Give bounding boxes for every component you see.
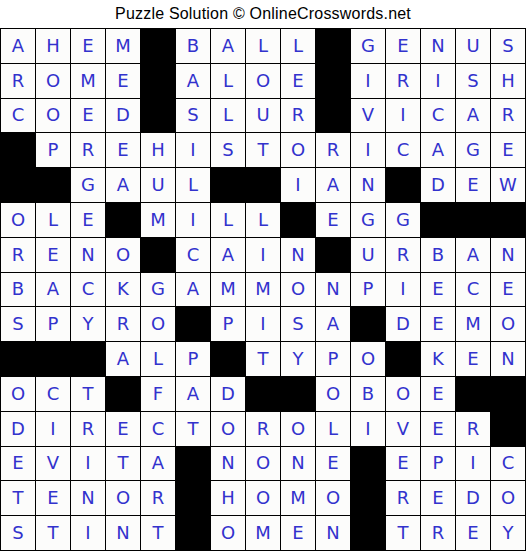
letter-cell-r8c8: M bbox=[246, 273, 280, 307]
letter-cell-r14c14: D bbox=[456, 481, 490, 515]
black-cell-r5c1 bbox=[1, 168, 35, 202]
letter-cell-r1c13: N bbox=[421, 29, 455, 63]
letter-cell-r5c3: G bbox=[71, 168, 105, 202]
letter-cell-r3c11: V bbox=[351, 99, 385, 133]
letter-cell-r4c2: P bbox=[36, 133, 70, 167]
letter-cell-r11c3: T bbox=[71, 377, 105, 411]
black-cell-r3c10 bbox=[316, 99, 350, 133]
letter-cell-r15c13: R bbox=[421, 516, 455, 550]
letter-cell-r13c5: A bbox=[141, 447, 175, 481]
black-cell-r11c8 bbox=[246, 377, 280, 411]
letter-cell-r3c4: D bbox=[106, 99, 140, 133]
black-cell-r13c11 bbox=[351, 447, 385, 481]
letter-cell-r2c14: S bbox=[456, 64, 490, 98]
letter-cell-r12c11: I bbox=[351, 412, 385, 446]
letter-cell-r5c15: W bbox=[491, 168, 525, 202]
letter-cell-r14c1: T bbox=[1, 481, 35, 515]
letter-cell-r14c7: H bbox=[211, 481, 245, 515]
letter-cell-r7c6: C bbox=[176, 238, 210, 272]
letter-cell-r6c2: L bbox=[36, 203, 70, 237]
black-cell-r4c1 bbox=[1, 133, 35, 167]
letter-cell-r7c13: B bbox=[421, 238, 455, 272]
letter-cell-r10c5: L bbox=[141, 342, 175, 376]
letter-cell-r9c3: Y bbox=[71, 307, 105, 341]
letter-cell-r11c6: A bbox=[176, 377, 210, 411]
letter-cell-r5c9: I bbox=[281, 168, 315, 202]
letter-cell-r7c1: R bbox=[1, 238, 35, 272]
black-cell-r11c9 bbox=[281, 377, 315, 411]
letter-cell-r7c3: N bbox=[71, 238, 105, 272]
black-cell-r10c2 bbox=[36, 342, 70, 376]
letter-cell-r1c9: L bbox=[281, 29, 315, 63]
letter-cell-r4c15: E bbox=[491, 133, 525, 167]
black-cell-r15c11 bbox=[351, 516, 385, 550]
letter-cell-r14c8: O bbox=[246, 481, 280, 515]
letter-cell-r8c5: G bbox=[141, 273, 175, 307]
letter-cell-r5c14: E bbox=[456, 168, 490, 202]
black-cell-r5c12 bbox=[386, 168, 420, 202]
letter-cell-r4c6: I bbox=[176, 133, 210, 167]
letter-cell-r12c7: O bbox=[211, 412, 245, 446]
letter-cell-r12c8: R bbox=[246, 412, 280, 446]
letter-cell-r13c3: I bbox=[71, 447, 105, 481]
letter-cell-r9c4: R bbox=[106, 307, 140, 341]
letter-cell-r11c12: O bbox=[386, 377, 420, 411]
letter-cell-r7c15: N bbox=[491, 238, 525, 272]
letter-cell-r8c6: A bbox=[176, 273, 210, 307]
letter-cell-r15c9: E bbox=[281, 516, 315, 550]
letter-cell-r6c6: I bbox=[176, 203, 210, 237]
black-cell-r11c15 bbox=[491, 377, 525, 411]
letter-cell-r8c3: C bbox=[71, 273, 105, 307]
letter-cell-r4c14: G bbox=[456, 133, 490, 167]
letter-cell-r13c8: O bbox=[246, 447, 280, 481]
letter-cell-r12c13: E bbox=[421, 412, 455, 446]
letter-cell-r9c1: S bbox=[1, 307, 35, 341]
letter-cell-r1c14: U bbox=[456, 29, 490, 63]
letter-cell-r9c9: S bbox=[281, 307, 315, 341]
black-cell-r11c14 bbox=[456, 377, 490, 411]
letter-cell-r3c8: U bbox=[246, 99, 280, 133]
letter-cell-r8c13: E bbox=[421, 273, 455, 307]
letter-cell-r2c15: H bbox=[491, 64, 525, 98]
letter-cell-r12c6: T bbox=[176, 412, 210, 446]
letter-cell-r15c8: M bbox=[246, 516, 280, 550]
letter-cell-r8c2: A bbox=[36, 273, 70, 307]
letter-cell-r3c7: L bbox=[211, 99, 245, 133]
letter-cell-r2c13: I bbox=[421, 64, 455, 98]
letter-cell-r15c14: E bbox=[456, 516, 490, 550]
letter-cell-r13c10: E bbox=[316, 447, 350, 481]
letter-cell-r11c7: D bbox=[211, 377, 245, 411]
letter-cell-r1c15: S bbox=[491, 29, 525, 63]
letter-cell-r7c8: I bbox=[246, 238, 280, 272]
letter-cell-r11c1: O bbox=[1, 377, 35, 411]
letter-cell-r8c1: B bbox=[1, 273, 35, 307]
letter-cell-r14c2: E bbox=[36, 481, 70, 515]
letter-cell-r11c10: O bbox=[316, 377, 350, 411]
letter-cell-r14c15: O bbox=[491, 481, 525, 515]
letter-cell-r9c2: P bbox=[36, 307, 70, 341]
black-cell-r11c4 bbox=[106, 377, 140, 411]
letter-cell-r12c9: O bbox=[281, 412, 315, 446]
letter-cell-r3c12: I bbox=[386, 99, 420, 133]
letter-cell-r7c12: R bbox=[386, 238, 420, 272]
letter-cell-r5c10: A bbox=[316, 168, 350, 202]
letter-cell-r8c7: M bbox=[211, 273, 245, 307]
letter-cell-r14c13: E bbox=[421, 481, 455, 515]
black-cell-r6c4 bbox=[106, 203, 140, 237]
black-cell-r7c10 bbox=[316, 238, 350, 272]
letter-cell-r3c3: E bbox=[71, 99, 105, 133]
letter-cell-r2c6: A bbox=[176, 64, 210, 98]
letter-cell-r9c15: O bbox=[491, 307, 525, 341]
letter-cell-r11c2: C bbox=[36, 377, 70, 411]
letter-cell-r9c10: A bbox=[316, 307, 350, 341]
letter-cell-r12c3: R bbox=[71, 412, 105, 446]
black-cell-r6c14 bbox=[456, 203, 490, 237]
letter-cell-r14c9: M bbox=[281, 481, 315, 515]
letter-cell-r8c10: N bbox=[316, 273, 350, 307]
letter-cell-r5c5: U bbox=[141, 168, 175, 202]
black-cell-r13c6 bbox=[176, 447, 210, 481]
letter-cell-r13c15: C bbox=[491, 447, 525, 481]
letter-cell-r6c11: G bbox=[351, 203, 385, 237]
letter-cell-r3c2: O bbox=[36, 99, 70, 133]
black-cell-r15c6 bbox=[176, 516, 210, 550]
letter-cell-r1c8: L bbox=[246, 29, 280, 63]
letter-cell-r12c12: V bbox=[386, 412, 420, 446]
black-cell-r6c9 bbox=[281, 203, 315, 237]
letter-cell-r4c8: T bbox=[246, 133, 280, 167]
letter-cell-r15c1: S bbox=[1, 516, 35, 550]
letter-cell-r14c12: R bbox=[386, 481, 420, 515]
letter-cell-r10c10: P bbox=[316, 342, 350, 376]
letter-cell-r4c13: A bbox=[421, 133, 455, 167]
letter-cell-r3c9: R bbox=[281, 99, 315, 133]
letter-cell-r3c6: S bbox=[176, 99, 210, 133]
letter-cell-r7c14: A bbox=[456, 238, 490, 272]
letter-cell-r7c7: A bbox=[211, 238, 245, 272]
letter-cell-r10c4: A bbox=[106, 342, 140, 376]
black-cell-r1c5 bbox=[141, 29, 175, 63]
letter-cell-r2c8: O bbox=[246, 64, 280, 98]
letter-cell-r9c8: I bbox=[246, 307, 280, 341]
letter-cell-r7c11: U bbox=[351, 238, 385, 272]
letter-cell-r1c4: M bbox=[106, 29, 140, 63]
letter-cell-r10c8: T bbox=[246, 342, 280, 376]
puzzle-solution-page: Puzzle Solution © OnlineCrosswords.net A… bbox=[0, 0, 526, 551]
letter-cell-r6c12: G bbox=[386, 203, 420, 237]
letter-cell-r6c10: E bbox=[316, 203, 350, 237]
letter-cell-r13c13: P bbox=[421, 447, 455, 481]
letter-cell-r3c14: A bbox=[456, 99, 490, 133]
letter-cell-r10c11: O bbox=[351, 342, 385, 376]
letter-cell-r4c3: R bbox=[71, 133, 105, 167]
letter-cell-r6c1: O bbox=[1, 203, 35, 237]
letter-cell-r4c7: S bbox=[211, 133, 245, 167]
letter-cell-r8c15: E bbox=[491, 273, 525, 307]
letter-cell-r15c7: O bbox=[211, 516, 245, 550]
black-cell-r2c5 bbox=[141, 64, 175, 98]
letter-cell-r5c4: A bbox=[106, 168, 140, 202]
letter-cell-r13c12: E bbox=[386, 447, 420, 481]
letter-cell-r13c2: V bbox=[36, 447, 70, 481]
letter-cell-r8c14: C bbox=[456, 273, 490, 307]
letter-cell-r13c4: T bbox=[106, 447, 140, 481]
letter-cell-r8c9: O bbox=[281, 273, 315, 307]
letter-cell-r9c12: D bbox=[386, 307, 420, 341]
black-cell-r7c5 bbox=[141, 238, 175, 272]
page-title: Puzzle Solution © OnlineCrosswords.net bbox=[0, 0, 526, 28]
letter-cell-r4c11: I bbox=[351, 133, 385, 167]
letter-cell-r2c11: I bbox=[351, 64, 385, 98]
letter-cell-r3c1: C bbox=[1, 99, 35, 133]
black-cell-r5c2 bbox=[36, 168, 70, 202]
letter-cell-r1c2: H bbox=[36, 29, 70, 63]
letter-cell-r1c12: E bbox=[386, 29, 420, 63]
letter-cell-r7c9: N bbox=[281, 238, 315, 272]
black-cell-r5c7 bbox=[211, 168, 245, 202]
black-cell-r5c8 bbox=[246, 168, 280, 202]
black-cell-r2c10 bbox=[316, 64, 350, 98]
letter-cell-r15c5: T bbox=[141, 516, 175, 550]
black-cell-r14c11 bbox=[351, 481, 385, 515]
letter-cell-r13c7: N bbox=[211, 447, 245, 481]
letter-cell-r1c3: E bbox=[71, 29, 105, 63]
letter-cell-r4c4: E bbox=[106, 133, 140, 167]
black-cell-r1c10 bbox=[316, 29, 350, 63]
letter-cell-r14c5: R bbox=[141, 481, 175, 515]
letter-cell-r14c10: O bbox=[316, 481, 350, 515]
letter-cell-r13c14: I bbox=[456, 447, 490, 481]
letter-cell-r15c3: I bbox=[71, 516, 105, 550]
letter-cell-r12c10: L bbox=[316, 412, 350, 446]
letter-cell-r13c1: E bbox=[1, 447, 35, 481]
letter-cell-r1c11: G bbox=[351, 29, 385, 63]
letter-cell-r11c5: F bbox=[141, 377, 175, 411]
letter-cell-r6c5: M bbox=[141, 203, 175, 237]
letter-cell-r11c11: B bbox=[351, 377, 385, 411]
letter-cell-r12c1: D bbox=[1, 412, 35, 446]
letter-cell-r8c4: K bbox=[106, 273, 140, 307]
letter-cell-r4c10: R bbox=[316, 133, 350, 167]
letter-cell-r2c3: M bbox=[71, 64, 105, 98]
letter-cell-r2c12: R bbox=[386, 64, 420, 98]
letter-cell-r5c6: L bbox=[176, 168, 210, 202]
letter-cell-r5c11: N bbox=[351, 168, 385, 202]
letter-cell-r4c9: O bbox=[281, 133, 315, 167]
letter-cell-r15c4: N bbox=[106, 516, 140, 550]
letter-cell-r2c1: R bbox=[1, 64, 35, 98]
letter-cell-r15c12: T bbox=[386, 516, 420, 550]
letter-cell-r10c9: Y bbox=[281, 342, 315, 376]
letter-cell-r5c13: D bbox=[421, 168, 455, 202]
black-cell-r14c6 bbox=[176, 481, 210, 515]
letter-cell-r6c3: E bbox=[71, 203, 105, 237]
letter-cell-r9c13: E bbox=[421, 307, 455, 341]
letter-cell-r8c12: I bbox=[386, 273, 420, 307]
letter-cell-r11c13: E bbox=[421, 377, 455, 411]
letter-cell-r2c2: O bbox=[36, 64, 70, 98]
letter-cell-r10c6: P bbox=[176, 342, 210, 376]
letter-cell-r6c8: L bbox=[246, 203, 280, 237]
letter-cell-r1c7: A bbox=[211, 29, 245, 63]
letter-cell-r13c9: N bbox=[281, 447, 315, 481]
letter-cell-r2c7: L bbox=[211, 64, 245, 98]
letter-cell-r10c15: N bbox=[491, 342, 525, 376]
letter-cell-r6c7: L bbox=[211, 203, 245, 237]
letter-cell-r10c13: K bbox=[421, 342, 455, 376]
black-cell-r9c6 bbox=[176, 307, 210, 341]
letter-cell-r15c2: T bbox=[36, 516, 70, 550]
black-cell-r10c12 bbox=[386, 342, 420, 376]
letter-cell-r15c10: N bbox=[316, 516, 350, 550]
letter-cell-r7c2: E bbox=[36, 238, 70, 272]
letter-cell-r14c4: O bbox=[106, 481, 140, 515]
letter-cell-r1c6: B bbox=[176, 29, 210, 63]
letter-cell-r9c14: M bbox=[456, 307, 490, 341]
letter-cell-r7c4: O bbox=[106, 238, 140, 272]
letter-cell-r9c7: P bbox=[211, 307, 245, 341]
letter-cell-r12c4: E bbox=[106, 412, 140, 446]
letter-cell-r14c3: N bbox=[71, 481, 105, 515]
black-cell-r10c1 bbox=[1, 342, 35, 376]
crossword-grid: AHEMBALLGENUSROMEALOEIRISHCOEDSLURVICARP… bbox=[0, 28, 526, 551]
letter-cell-r12c2: I bbox=[36, 412, 70, 446]
black-cell-r9c11 bbox=[351, 307, 385, 341]
letter-cell-r12c5: C bbox=[141, 412, 175, 446]
letter-cell-r4c5: H bbox=[141, 133, 175, 167]
letter-cell-r9c5: O bbox=[141, 307, 175, 341]
letter-cell-r12c14: R bbox=[456, 412, 490, 446]
letter-cell-r3c13: C bbox=[421, 99, 455, 133]
letter-cell-r4c12: C bbox=[386, 133, 420, 167]
black-cell-r10c7 bbox=[211, 342, 245, 376]
letter-cell-r2c4: E bbox=[106, 64, 140, 98]
black-cell-r6c13 bbox=[421, 203, 455, 237]
letter-cell-r10c14: E bbox=[456, 342, 490, 376]
black-cell-r12c15 bbox=[491, 412, 525, 446]
letter-cell-r8c11: P bbox=[351, 273, 385, 307]
black-cell-r3c5 bbox=[141, 99, 175, 133]
letter-cell-r3c15: R bbox=[491, 99, 525, 133]
letter-cell-r2c9: E bbox=[281, 64, 315, 98]
black-cell-r6c15 bbox=[491, 203, 525, 237]
letter-cell-r15c15: Y bbox=[491, 516, 525, 550]
letter-cell-r1c1: A bbox=[1, 29, 35, 63]
black-cell-r10c3 bbox=[71, 342, 105, 376]
